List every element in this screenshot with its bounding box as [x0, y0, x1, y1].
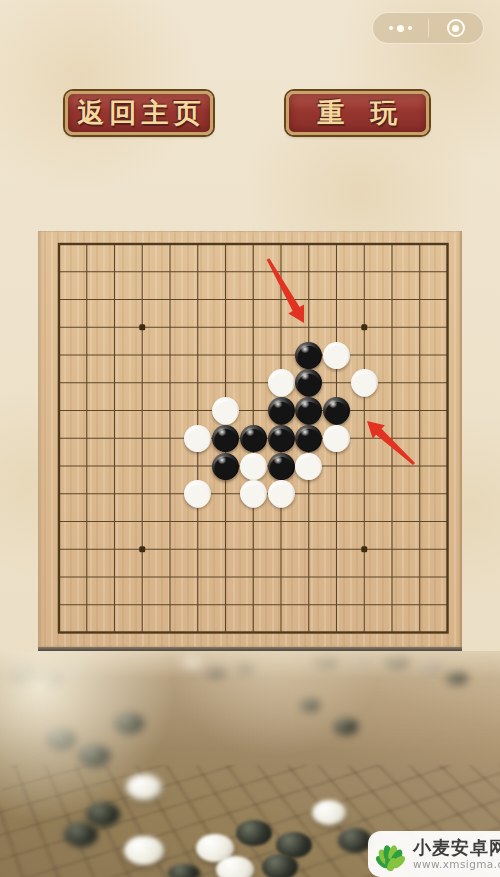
dark-photo-stone: [334, 718, 358, 735]
star-point: [361, 324, 367, 330]
white-photo-stone: [216, 856, 254, 877]
gray-photo-stone: [418, 658, 442, 673]
home-button-label: 返回主页: [78, 95, 206, 131]
dark-photo-stone: [236, 660, 254, 673]
board-grid: ●●●●●●●●●●●●●●●●●●●●●●: [57, 242, 450, 635]
dark-photo-stone: [338, 828, 372, 853]
watermark-text: 小麦安卓网 www.xmsigma.com: [413, 838, 500, 871]
star-point: [139, 546, 145, 552]
more-dots-icon: [389, 25, 412, 32]
white-stone: ●: [184, 480, 211, 507]
white-stone: ●: [323, 342, 350, 369]
game-board[interactable]: ●●●●●●●●●●●●●●●●●●●●●●: [38, 231, 462, 648]
more-button[interactable]: [373, 13, 428, 43]
dark-photo-stone: [312, 652, 338, 668]
white-stone: ●: [240, 480, 267, 507]
dark-photo-stone: [114, 712, 144, 734]
dark-photo-stone: [300, 698, 320, 712]
white-photo-stone: [312, 800, 346, 825]
replay-button-label: 重玩: [318, 95, 424, 131]
dark-photo-stone: [206, 664, 226, 678]
white-stone: ●: [323, 425, 350, 452]
dark-photo-stone: [168, 864, 200, 877]
dark-photo-stone: [236, 820, 272, 846]
wheat-logo-icon: [373, 836, 409, 872]
dark-photo-stone: [78, 744, 110, 767]
white-stone: ●: [268, 480, 295, 507]
exit-circle-icon: [447, 19, 465, 37]
dark-photo-stone: [262, 854, 298, 877]
dark-photo-stone: [446, 670, 468, 685]
dark-photo-stone: [384, 652, 410, 668]
gray-photo-stone: [68, 660, 88, 675]
white-photo-stone: [182, 654, 204, 669]
white-photo-stone: [124, 836, 164, 865]
dark-photo-stone: [38, 670, 62, 688]
watermark-url: www.xmsigma.com: [413, 858, 500, 871]
home-button[interactable]: 返回主页: [65, 91, 213, 135]
wechat-capsule: [372, 12, 484, 44]
dark-photo-stone: [46, 728, 76, 750]
gray-photo-stone: [348, 651, 372, 666]
star-point: [139, 324, 145, 330]
exit-button[interactable]: [429, 13, 484, 43]
white-stone: ●: [295, 453, 322, 480]
watermark-badge: 小麦安卓网 www.xmsigma.com: [368, 831, 500, 877]
replay-button[interactable]: 重玩: [286, 91, 429, 135]
white-stone: ●: [184, 425, 211, 452]
screen-background: 返回主页 重玩 ●●●●●●●●●●●●●●●●●●●●●● 小麦安卓网 www…: [0, 0, 500, 877]
watermark-title: 小麦安卓网: [413, 838, 500, 858]
star-point: [361, 546, 367, 552]
white-photo-stone: [126, 774, 162, 800]
white-stone: ●: [351, 369, 378, 396]
dark-photo-stone: [10, 664, 36, 684]
dark-photo-stone: [64, 822, 98, 847]
black-stone: ●: [212, 453, 239, 480]
dark-photo-stone: [86, 802, 120, 827]
